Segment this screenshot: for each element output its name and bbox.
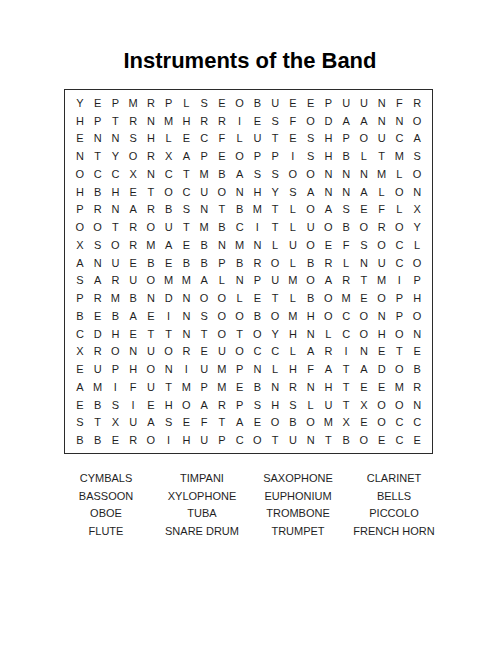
grid-cell[interactable]: S: [408, 147, 426, 165]
grid-cell[interactable]: S: [89, 236, 107, 254]
grid-cell[interactable]: H: [408, 289, 426, 307]
grid-cell[interactable]: E: [355, 378, 373, 396]
grid-cell[interactable]: N: [195, 201, 213, 219]
grid-cell[interactable]: E: [71, 130, 89, 148]
grid-cell[interactable]: X: [107, 414, 125, 432]
grid-cell[interactable]: A: [355, 112, 373, 130]
grid-cell[interactable]: M: [213, 360, 231, 378]
grid-cell[interactable]: S: [178, 201, 196, 219]
grid-cell[interactable]: T: [373, 147, 391, 165]
grid-cell[interactable]: H: [320, 378, 338, 396]
grid-cell[interactable]: E: [71, 360, 89, 378]
grid-cell[interactable]: A: [355, 360, 373, 378]
grid-cell[interactable]: E: [124, 325, 142, 343]
grid-cell[interactable]: N: [302, 431, 320, 449]
grid-cell[interactable]: A: [195, 272, 213, 290]
grid-cell[interactable]: H: [71, 112, 89, 130]
grid-cell[interactable]: A: [231, 414, 249, 432]
grid-cell[interactable]: O: [302, 272, 320, 290]
grid-cell[interactable]: D: [89, 325, 107, 343]
grid-cell[interactable]: T: [266, 289, 284, 307]
grid-cell[interactable]: N: [213, 236, 231, 254]
grid-cell[interactable]: L: [320, 325, 338, 343]
grid-cell[interactable]: H: [71, 183, 89, 201]
grid-cell[interactable]: T: [213, 201, 231, 219]
grid-cell[interactable]: T: [337, 378, 355, 396]
grid-cell[interactable]: L: [284, 343, 302, 361]
grid-cell[interactable]: O: [355, 218, 373, 236]
grid-cell[interactable]: C: [391, 236, 409, 254]
grid-cell[interactable]: T: [266, 431, 284, 449]
grid-cell[interactable]: H: [124, 360, 142, 378]
grid-cell[interactable]: E: [373, 378, 391, 396]
grid-cell[interactable]: L: [408, 236, 426, 254]
grid-cell[interactable]: P: [231, 396, 249, 414]
grid-cell[interactable]: I: [160, 307, 178, 325]
grid-cell[interactable]: U: [355, 94, 373, 112]
grid-cell[interactable]: L: [337, 254, 355, 272]
grid-cell[interactable]: T: [142, 183, 160, 201]
grid-cell[interactable]: O: [320, 307, 338, 325]
grid-cell[interactable]: N: [178, 307, 196, 325]
grid-cell[interactable]: S: [337, 201, 355, 219]
grid-cell[interactable]: E: [249, 112, 267, 130]
grid-cell[interactable]: N: [373, 112, 391, 130]
grid-cell[interactable]: M: [373, 165, 391, 183]
grid-cell[interactable]: O: [266, 254, 284, 272]
grid-cell[interactable]: B: [337, 218, 355, 236]
grid-cell[interactable]: Y: [107, 147, 125, 165]
grid-cell[interactable]: Y: [266, 325, 284, 343]
grid-cell[interactable]: N: [355, 343, 373, 361]
grid-cell[interactable]: M: [391, 147, 409, 165]
grid-cell[interactable]: L: [373, 183, 391, 201]
grid-cell[interactable]: O: [249, 325, 267, 343]
grid-cell[interactable]: S: [160, 414, 178, 432]
grid-cell[interactable]: B: [284, 414, 302, 432]
grid-cell[interactable]: L: [302, 396, 320, 414]
grid-cell[interactable]: N: [337, 165, 355, 183]
grid-cell[interactable]: O: [302, 112, 320, 130]
grid-cell[interactable]: N: [142, 112, 160, 130]
grid-cell[interactable]: B: [142, 254, 160, 272]
grid-cell[interactable]: O: [373, 289, 391, 307]
grid-cell[interactable]: H: [142, 130, 160, 148]
grid-cell[interactable]: T: [142, 325, 160, 343]
grid-cell[interactable]: C: [249, 343, 267, 361]
grid-cell[interactable]: F: [195, 414, 213, 432]
grid-cell[interactable]: U: [142, 343, 160, 361]
grid-cell[interactable]: N: [89, 254, 107, 272]
grid-cell[interactable]: M: [160, 112, 178, 130]
grid-cell[interactable]: R: [337, 272, 355, 290]
grid-cell[interactable]: O: [302, 236, 320, 254]
grid-cell[interactable]: B: [89, 396, 107, 414]
grid-cell[interactable]: O: [302, 414, 320, 432]
grid-cell[interactable]: N: [266, 378, 284, 396]
grid-cell[interactable]: U: [142, 378, 160, 396]
grid-cell[interactable]: H: [107, 325, 125, 343]
grid-cell[interactable]: L: [355, 147, 373, 165]
grid-cell[interactable]: C: [391, 130, 409, 148]
grid-cell[interactable]: T: [320, 431, 338, 449]
grid-cell[interactable]: T: [160, 378, 178, 396]
grid-cell[interactable]: A: [195, 396, 213, 414]
grid-cell[interactable]: R: [408, 94, 426, 112]
grid-cell[interactable]: T: [178, 218, 196, 236]
grid-cell[interactable]: O: [107, 236, 125, 254]
grid-cell[interactable]: N: [124, 343, 142, 361]
grid-cell[interactable]: Y: [408, 218, 426, 236]
grid-cell[interactable]: N: [373, 94, 391, 112]
grid-cell[interactable]: U: [160, 218, 178, 236]
grid-cell[interactable]: M: [142, 236, 160, 254]
grid-cell[interactable]: H: [249, 183, 267, 201]
grid-cell[interactable]: R: [124, 236, 142, 254]
grid-cell[interactable]: E: [89, 307, 107, 325]
grid-cell[interactable]: L: [213, 272, 231, 290]
grid-cell[interactable]: U: [124, 414, 142, 432]
grid-cell[interactable]: O: [373, 414, 391, 432]
grid-cell[interactable]: E: [320, 236, 338, 254]
grid-cell[interactable]: O: [231, 147, 249, 165]
grid-cell[interactable]: U: [284, 236, 302, 254]
grid-cell[interactable]: P: [320, 94, 338, 112]
grid-cell[interactable]: E: [142, 396, 160, 414]
grid-cell[interactable]: A: [71, 378, 89, 396]
grid-cell[interactable]: C: [391, 431, 409, 449]
grid-cell[interactable]: O: [266, 307, 284, 325]
grid-cell[interactable]: U: [213, 343, 231, 361]
grid-cell[interactable]: E: [71, 396, 89, 414]
grid-cell[interactable]: H: [266, 396, 284, 414]
grid-cell[interactable]: O: [408, 307, 426, 325]
grid-cell[interactable]: T: [337, 396, 355, 414]
grid-cell[interactable]: O: [231, 94, 249, 112]
grid-cell[interactable]: P: [213, 254, 231, 272]
grid-cell[interactable]: R: [89, 201, 107, 219]
grid-cell[interactable]: B: [71, 431, 89, 449]
grid-cell[interactable]: L: [391, 165, 409, 183]
grid-cell[interactable]: X: [355, 396, 373, 414]
grid-cell[interactable]: U: [195, 360, 213, 378]
grid-cell[interactable]: E: [284, 130, 302, 148]
grid-cell[interactable]: F: [337, 236, 355, 254]
grid-cell[interactable]: E: [249, 414, 267, 432]
grid-cell[interactable]: C: [391, 414, 409, 432]
grid-cell[interactable]: T: [89, 414, 107, 432]
grid-cell[interactable]: P: [249, 147, 267, 165]
grid-cell[interactable]: H: [320, 147, 338, 165]
grid-cell[interactable]: S: [124, 130, 142, 148]
grid-cell[interactable]: E: [213, 94, 231, 112]
grid-cell[interactable]: S: [302, 130, 320, 148]
grid-cell[interactable]: L: [160, 130, 178, 148]
grid-cell[interactable]: B: [89, 183, 107, 201]
grid-cell[interactable]: L: [391, 201, 409, 219]
grid-cell[interactable]: N: [142, 289, 160, 307]
grid-cell[interactable]: O: [195, 289, 213, 307]
grid-cell[interactable]: L: [231, 130, 249, 148]
grid-cell[interactable]: O: [391, 360, 409, 378]
grid-cell[interactable]: P: [107, 94, 125, 112]
grid-cell[interactable]: E: [142, 307, 160, 325]
grid-cell[interactable]: I: [284, 147, 302, 165]
grid-cell[interactable]: F: [302, 360, 320, 378]
grid-cell[interactable]: S: [107, 396, 125, 414]
grid-cell[interactable]: R: [178, 343, 196, 361]
grid-cell[interactable]: O: [178, 396, 196, 414]
grid-cell[interactable]: T: [178, 165, 196, 183]
grid-cell[interactable]: A: [302, 183, 320, 201]
grid-cell[interactable]: E: [355, 289, 373, 307]
grid-cell[interactable]: S: [266, 112, 284, 130]
grid-cell[interactable]: E: [124, 183, 142, 201]
grid-cell[interactable]: E: [107, 431, 125, 449]
grid-cell[interactable]: S: [355, 236, 373, 254]
grid-cell[interactable]: P: [89, 112, 107, 130]
grid-cell[interactable]: X: [408, 201, 426, 219]
grid-cell[interactable]: S: [284, 183, 302, 201]
grid-cell[interactable]: Y: [71, 94, 89, 112]
grid-cell[interactable]: P: [391, 289, 409, 307]
grid-cell[interactable]: B: [337, 147, 355, 165]
grid-cell[interactable]: H: [320, 130, 338, 148]
grid-cell[interactable]: H: [178, 431, 196, 449]
grid-cell[interactable]: M: [178, 378, 196, 396]
grid-cell[interactable]: A: [355, 183, 373, 201]
grid-cell[interactable]: C: [107, 165, 125, 183]
grid-cell[interactable]: C: [337, 325, 355, 343]
grid-cell[interactable]: P: [160, 94, 178, 112]
grid-cell[interactable]: N: [355, 254, 373, 272]
grid-cell[interactable]: L: [284, 201, 302, 219]
grid-cell[interactable]: D: [320, 112, 338, 130]
grid-cell[interactable]: N: [178, 325, 196, 343]
grid-cell[interactable]: B: [195, 254, 213, 272]
grid-cell[interactable]: L: [284, 218, 302, 236]
grid-cell[interactable]: B: [302, 254, 320, 272]
grid-cell[interactable]: O: [124, 147, 142, 165]
grid-cell[interactable]: R: [124, 431, 142, 449]
grid-cell[interactable]: A: [124, 307, 142, 325]
grid-cell[interactable]: N: [302, 378, 320, 396]
grid-cell[interactable]: O: [231, 343, 249, 361]
grid-cell[interactable]: N: [408, 396, 426, 414]
grid-cell[interactable]: B: [231, 254, 249, 272]
grid-cell[interactable]: L: [178, 94, 196, 112]
grid-cell[interactable]: B: [337, 431, 355, 449]
grid-cell[interactable]: U: [266, 272, 284, 290]
grid-cell[interactable]: B: [249, 378, 267, 396]
grid-cell[interactable]: E: [160, 254, 178, 272]
grid-cell[interactable]: N: [391, 112, 409, 130]
grid-cell[interactable]: E: [89, 94, 107, 112]
grid-cell[interactable]: B: [408, 360, 426, 378]
grid-cell[interactable]: R: [89, 343, 107, 361]
grid-cell[interactable]: H: [284, 360, 302, 378]
grid-cell[interactable]: A: [142, 414, 160, 432]
grid-cell[interactable]: O: [89, 218, 107, 236]
grid-cell[interactable]: F: [373, 201, 391, 219]
grid-cell[interactable]: S: [71, 414, 89, 432]
grid-cell[interactable]: E: [231, 378, 249, 396]
grid-cell[interactable]: T: [391, 343, 409, 361]
grid-cell[interactable]: U: [373, 254, 391, 272]
grid-cell[interactable]: M: [107, 289, 125, 307]
grid-cell[interactable]: C: [391, 254, 409, 272]
grid-cell[interactable]: B: [124, 289, 142, 307]
grid-cell[interactable]: O: [355, 325, 373, 343]
grid-cell[interactable]: O: [213, 325, 231, 343]
grid-cell[interactable]: B: [249, 94, 267, 112]
grid-cell[interactable]: B: [249, 307, 267, 325]
grid-cell[interactable]: E: [178, 130, 196, 148]
grid-cell[interactable]: M: [160, 272, 178, 290]
grid-cell[interactable]: N: [178, 289, 196, 307]
grid-cell[interactable]: C: [195, 130, 213, 148]
grid-cell[interactable]: U: [107, 254, 125, 272]
grid-cell[interactable]: U: [266, 94, 284, 112]
grid-cell[interactable]: N: [231, 272, 249, 290]
grid-cell[interactable]: N: [249, 236, 267, 254]
grid-cell[interactable]: B: [213, 165, 231, 183]
grid-cell[interactable]: O: [408, 254, 426, 272]
grid-cell[interactable]: B: [302, 289, 320, 307]
grid-cell[interactable]: T: [337, 360, 355, 378]
grid-cell[interactable]: M: [373, 272, 391, 290]
grid-cell[interactable]: B: [231, 201, 249, 219]
grid-cell[interactable]: A: [89, 272, 107, 290]
grid-cell[interactable]: O: [142, 272, 160, 290]
grid-cell[interactable]: R: [213, 396, 231, 414]
grid-cell[interactable]: O: [391, 183, 409, 201]
grid-cell[interactable]: O: [373, 396, 391, 414]
grid-cell[interactable]: U: [89, 360, 107, 378]
grid-cell[interactable]: T: [160, 325, 178, 343]
grid-cell[interactable]: R: [373, 218, 391, 236]
grid-cell[interactable]: C: [231, 431, 249, 449]
grid-cell[interactable]: S: [302, 147, 320, 165]
grid-cell[interactable]: H: [373, 325, 391, 343]
grid-cell[interactable]: R: [142, 201, 160, 219]
grid-cell[interactable]: M: [213, 378, 231, 396]
grid-cell[interactable]: I: [124, 396, 142, 414]
grid-cell[interactable]: R: [249, 254, 267, 272]
grid-cell[interactable]: B: [160, 201, 178, 219]
grid-cell[interactable]: E: [284, 94, 302, 112]
grid-cell[interactable]: O: [107, 343, 125, 361]
grid-cell[interactable]: A: [408, 130, 426, 148]
grid-cell[interactable]: O: [160, 183, 178, 201]
grid-cell[interactable]: R: [320, 343, 338, 361]
grid-cell[interactable]: B: [213, 218, 231, 236]
grid-cell[interactable]: I: [107, 378, 125, 396]
grid-cell[interactable]: B: [178, 254, 196, 272]
grid-cell[interactable]: T: [195, 325, 213, 343]
grid-cell[interactable]: N: [355, 165, 373, 183]
grid-cell[interactable]: U: [302, 218, 320, 236]
grid-cell[interactable]: I: [249, 218, 267, 236]
grid-cell[interactable]: M: [231, 236, 249, 254]
grid-cell[interactable]: X: [71, 343, 89, 361]
grid-cell[interactable]: F: [284, 112, 302, 130]
grid-cell[interactable]: O: [71, 165, 89, 183]
grid-cell[interactable]: O: [391, 325, 409, 343]
grid-cell[interactable]: R: [89, 289, 107, 307]
grid-cell[interactable]: I: [178, 360, 196, 378]
grid-cell[interactable]: P: [195, 378, 213, 396]
grid-cell[interactable]: U: [249, 130, 267, 148]
grid-cell[interactable]: M: [391, 378, 409, 396]
grid-cell[interactable]: N: [408, 183, 426, 201]
grid-cell[interactable]: P: [213, 431, 231, 449]
grid-cell[interactable]: I: [160, 431, 178, 449]
grid-cell[interactable]: T: [266, 201, 284, 219]
grid-cell[interactable]: A: [320, 360, 338, 378]
grid-cell[interactable]: E: [124, 254, 142, 272]
grid-cell[interactable]: P: [391, 307, 409, 325]
grid-cell[interactable]: F: [213, 130, 231, 148]
grid-cell[interactable]: F: [124, 378, 142, 396]
grid-cell[interactable]: T: [266, 130, 284, 148]
grid-cell[interactable]: U: [195, 183, 213, 201]
grid-cell[interactable]: E: [408, 431, 426, 449]
grid-cell[interactable]: O: [355, 431, 373, 449]
grid-cell[interactable]: O: [355, 130, 373, 148]
grid-cell[interactable]: N: [320, 165, 338, 183]
grid-cell[interactable]: U: [124, 272, 142, 290]
grid-cell[interactable]: O: [391, 218, 409, 236]
grid-cell[interactable]: L: [266, 236, 284, 254]
grid-cell[interactable]: R: [213, 112, 231, 130]
grid-cell[interactable]: P: [195, 147, 213, 165]
grid-cell[interactable]: M: [178, 272, 196, 290]
grid-cell[interactable]: E: [178, 236, 196, 254]
grid-cell[interactable]: O: [320, 289, 338, 307]
grid-cell[interactable]: O: [320, 218, 338, 236]
grid-cell[interactable]: X: [337, 414, 355, 432]
grid-cell[interactable]: C: [178, 183, 196, 201]
grid-cell[interactable]: L: [266, 360, 284, 378]
grid-cell[interactable]: M: [89, 378, 107, 396]
grid-cell[interactable]: N: [231, 183, 249, 201]
grid-cell[interactable]: O: [302, 201, 320, 219]
grid-cell[interactable]: C: [337, 307, 355, 325]
grid-cell[interactable]: A: [320, 201, 338, 219]
grid-cell[interactable]: D: [160, 289, 178, 307]
grid-cell[interactable]: Y: [266, 183, 284, 201]
grid-cell[interactable]: T: [89, 147, 107, 165]
grid-cell[interactable]: O: [408, 112, 426, 130]
grid-cell[interactable]: L: [231, 289, 249, 307]
grid-cell[interactable]: R: [107, 272, 125, 290]
grid-cell[interactable]: A: [337, 112, 355, 130]
grid-cell[interactable]: N: [89, 130, 107, 148]
grid-cell[interactable]: E: [178, 414, 196, 432]
grid-cell[interactable]: M: [284, 272, 302, 290]
grid-cell[interactable]: M: [124, 94, 142, 112]
grid-cell[interactable]: T: [107, 112, 125, 130]
grid-cell[interactable]: M: [195, 218, 213, 236]
grid-cell[interactable]: T: [266, 218, 284, 236]
grid-cell[interactable]: H: [107, 183, 125, 201]
grid-cell[interactable]: S: [284, 396, 302, 414]
grid-cell[interactable]: O: [249, 431, 267, 449]
grid-cell[interactable]: R: [408, 378, 426, 396]
grid-cell[interactable]: N: [107, 201, 125, 219]
grid-cell[interactable]: A: [124, 201, 142, 219]
